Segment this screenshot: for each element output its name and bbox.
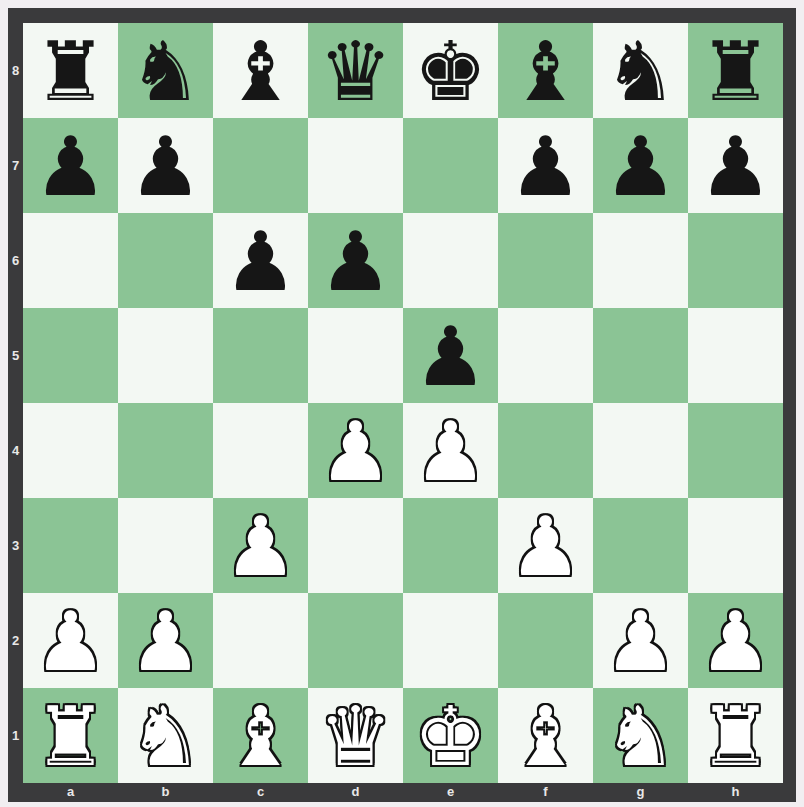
black-rook-piece[interactable]: ♜ <box>688 23 783 118</box>
white-pawn-piece[interactable]: ♟ <box>213 498 308 593</box>
square-c4[interactable] <box>213 403 308 498</box>
black-bishop-piece[interactable]: ♝ <box>498 23 593 118</box>
rank-labels: 87654321 <box>8 23 23 783</box>
white-bishop-piece[interactable]: ♝ <box>213 688 308 783</box>
square-a6[interactable] <box>23 213 118 308</box>
file-label-h: h <box>688 783 783 802</box>
file-label-a: a <box>23 783 118 802</box>
white-pawn-piece[interactable]: ♟ <box>593 593 688 688</box>
white-pawn-piece[interactable]: ♟ <box>498 498 593 593</box>
square-b1[interactable]: ♞ <box>118 688 213 783</box>
file-label-d: d <box>308 783 403 802</box>
square-f8[interactable]: ♝ <box>498 23 593 118</box>
rank-label-2: 2 <box>8 593 23 688</box>
square-b8[interactable]: ♞ <box>118 23 213 118</box>
square-d6[interactable]: ♟ <box>308 213 403 308</box>
chess-board: ♜♞♝♛♚♝♞♜♟♟♟♟♟♟♟♟♟♟♟♟♟♟♟♟♜♞♝♛♚♝♞♜ <box>23 23 783 783</box>
file-labels: abcdefgh <box>23 783 783 802</box>
rank-label-4: 4 <box>8 403 23 498</box>
square-h3[interactable] <box>688 498 783 593</box>
square-h7[interactable]: ♟ <box>688 118 783 213</box>
square-g4[interactable] <box>593 403 688 498</box>
square-d8[interactable]: ♛ <box>308 23 403 118</box>
square-f3[interactable]: ♟ <box>498 498 593 593</box>
page-background: 87654321 ♜♞♝♛♚♝♞♜♟♟♟♟♟♟♟♟♟♟♟♟♟♟♟♟♜♞♝♛♚♝♞… <box>0 0 804 807</box>
white-rook-piece[interactable]: ♜ <box>23 688 118 783</box>
square-f6[interactable] <box>498 213 593 308</box>
black-pawn-piece[interactable]: ♟ <box>498 118 593 213</box>
square-f2[interactable] <box>498 593 593 688</box>
square-f4[interactable] <box>498 403 593 498</box>
square-h4[interactable] <box>688 403 783 498</box>
square-a2[interactable]: ♟ <box>23 593 118 688</box>
white-pawn-piece[interactable]: ♟ <box>403 403 498 498</box>
black-pawn-piece[interactable]: ♟ <box>688 118 783 213</box>
square-d1[interactable]: ♛ <box>308 688 403 783</box>
file-label-c: c <box>213 783 308 802</box>
square-g2[interactable]: ♟ <box>593 593 688 688</box>
square-g8[interactable]: ♞ <box>593 23 688 118</box>
black-king-piece[interactable]: ♚ <box>403 23 498 118</box>
square-h1[interactable]: ♜ <box>688 688 783 783</box>
white-pawn-piece[interactable]: ♟ <box>308 403 403 498</box>
square-a7[interactable]: ♟ <box>23 118 118 213</box>
square-h6[interactable] <box>688 213 783 308</box>
white-queen-piece[interactable]: ♛ <box>308 688 403 783</box>
square-a1[interactable]: ♜ <box>23 688 118 783</box>
file-label-f: f <box>498 783 593 802</box>
rank-label-6: 6 <box>8 213 23 308</box>
square-e5[interactable]: ♟ <box>403 308 498 403</box>
white-king-piece[interactable]: ♚ <box>403 688 498 783</box>
square-d4[interactable]: ♟ <box>308 403 403 498</box>
rank-label-7: 7 <box>8 118 23 213</box>
square-a8[interactable]: ♜ <box>23 23 118 118</box>
rank-label-1: 1 <box>8 688 23 783</box>
square-g7[interactable]: ♟ <box>593 118 688 213</box>
white-pawn-piece[interactable]: ♟ <box>118 593 213 688</box>
square-d2[interactable] <box>308 593 403 688</box>
black-pawn-piece[interactable]: ♟ <box>118 118 213 213</box>
black-pawn-piece[interactable]: ♟ <box>213 213 308 308</box>
square-g6[interactable] <box>593 213 688 308</box>
square-h2[interactable]: ♟ <box>688 593 783 688</box>
black-bishop-piece[interactable]: ♝ <box>213 23 308 118</box>
black-pawn-piece[interactable]: ♟ <box>403 308 498 403</box>
file-label-g: g <box>593 783 688 802</box>
square-b6[interactable] <box>118 213 213 308</box>
square-f5[interactable] <box>498 308 593 403</box>
black-pawn-piece[interactable]: ♟ <box>23 118 118 213</box>
rank-label-8: 8 <box>8 23 23 118</box>
white-pawn-piece[interactable]: ♟ <box>23 593 118 688</box>
square-c3[interactable]: ♟ <box>213 498 308 593</box>
square-g3[interactable] <box>593 498 688 593</box>
square-c2[interactable] <box>213 593 308 688</box>
square-e6[interactable] <box>403 213 498 308</box>
square-e2[interactable] <box>403 593 498 688</box>
square-f7[interactable]: ♟ <box>498 118 593 213</box>
square-b5[interactable] <box>118 308 213 403</box>
file-label-e: e <box>403 783 498 802</box>
square-e1[interactable]: ♚ <box>403 688 498 783</box>
white-knight-piece[interactable]: ♞ <box>118 688 213 783</box>
square-e8[interactable]: ♚ <box>403 23 498 118</box>
square-a4[interactable] <box>23 403 118 498</box>
square-d3[interactable] <box>308 498 403 593</box>
square-h5[interactable] <box>688 308 783 403</box>
square-c6[interactable]: ♟ <box>213 213 308 308</box>
square-c5[interactable] <box>213 308 308 403</box>
black-rook-piece[interactable]: ♜ <box>23 23 118 118</box>
white-pawn-piece[interactable]: ♟ <box>688 593 783 688</box>
square-a5[interactable] <box>23 308 118 403</box>
rank-label-3: 3 <box>8 498 23 593</box>
square-b7[interactable]: ♟ <box>118 118 213 213</box>
rank-label-5: 5 <box>8 308 23 403</box>
black-pawn-piece[interactable]: ♟ <box>308 213 403 308</box>
square-c8[interactable]: ♝ <box>213 23 308 118</box>
square-c7[interactable] <box>213 118 308 213</box>
square-b3[interactable] <box>118 498 213 593</box>
square-b2[interactable]: ♟ <box>118 593 213 688</box>
board-frame: 87654321 ♜♞♝♛♚♝♞♜♟♟♟♟♟♟♟♟♟♟♟♟♟♟♟♟♜♞♝♛♚♝♞… <box>8 8 796 802</box>
square-d5[interactable] <box>308 308 403 403</box>
white-rook-piece[interactable]: ♜ <box>688 688 783 783</box>
square-g1[interactable]: ♞ <box>593 688 688 783</box>
square-a3[interactable] <box>23 498 118 593</box>
file-label-b: b <box>118 783 213 802</box>
black-knight-piece[interactable]: ♞ <box>593 23 688 118</box>
square-e7[interactable] <box>403 118 498 213</box>
white-bishop-piece[interactable]: ♝ <box>498 688 593 783</box>
square-d7[interactable] <box>308 118 403 213</box>
black-knight-piece[interactable]: ♞ <box>118 23 213 118</box>
square-g5[interactable] <box>593 308 688 403</box>
square-e3[interactable] <box>403 498 498 593</box>
square-c1[interactable]: ♝ <box>213 688 308 783</box>
square-b4[interactable] <box>118 403 213 498</box>
square-h8[interactable]: ♜ <box>688 23 783 118</box>
square-f1[interactable]: ♝ <box>498 688 593 783</box>
square-e4[interactable]: ♟ <box>403 403 498 498</box>
black-pawn-piece[interactable]: ♟ <box>593 118 688 213</box>
white-knight-piece[interactable]: ♞ <box>593 688 688 783</box>
black-queen-piece[interactable]: ♛ <box>308 23 403 118</box>
